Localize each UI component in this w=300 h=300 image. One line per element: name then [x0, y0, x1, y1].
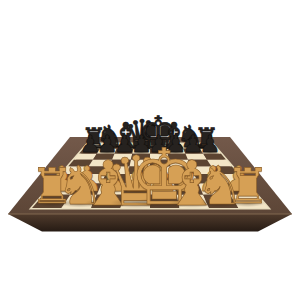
square-e2 — [150, 183, 177, 194]
board-front-edge — [8, 214, 292, 232]
square-e6 — [150, 154, 169, 160]
square-d8 — [133, 144, 150, 149]
square-c5 — [109, 159, 131, 166]
square-d7 — [132, 149, 150, 154]
square-g8 — [181, 144, 200, 149]
square-c2 — [97, 183, 126, 194]
square-e3 — [150, 174, 174, 183]
square-c8 — [117, 144, 135, 149]
square-c4 — [106, 166, 130, 174]
square-e5 — [150, 159, 170, 166]
square-d3 — [126, 174, 150, 183]
square-e4 — [150, 166, 172, 174]
square-e8 — [150, 144, 167, 149]
square-d1 — [121, 194, 151, 208]
square-c6 — [112, 154, 132, 160]
square-c7 — [115, 149, 134, 154]
square-d5 — [130, 159, 150, 166]
square-b7 — [97, 149, 117, 154]
square-e1 — [150, 194, 180, 208]
square-f6 — [168, 154, 188, 160]
square-e7 — [150, 149, 168, 154]
board — [0, 0, 300, 300]
square-d6 — [131, 154, 150, 160]
square-b8 — [100, 144, 119, 149]
square-f8 — [166, 144, 184, 149]
square-c3 — [102, 174, 128, 183]
chess-set-product-photo: ♜♞♝♛♚♝♞♜♟♟♟♟♟♟♟♟♟♟♟♟♟♟♟♟♜♞♝♛♚♝♞♜ — [0, 0, 300, 300]
square-f3 — [172, 174, 198, 183]
square-f2 — [174, 183, 203, 194]
square-f4 — [170, 166, 194, 174]
square-g7 — [183, 149, 203, 154]
square-d4 — [128, 166, 150, 174]
square-d2 — [124, 183, 151, 194]
square-f7 — [167, 149, 186, 154]
square-f5 — [169, 159, 191, 166]
